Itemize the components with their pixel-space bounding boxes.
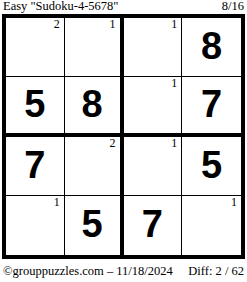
corner-mark: 1 (171, 137, 177, 150)
sudoku-board: 2 1 1 8 5 8 1 7 7 2 1 5 1 5 7 1 (2, 14, 245, 259)
sudoku-cell-r4c4[interactable]: 1 (182, 196, 241, 255)
sudoku-cell-r4c1[interactable]: 1 (6, 196, 65, 255)
corner-mark: 1 (231, 196, 237, 209)
cell-value: 7 (201, 85, 222, 123)
cell-value: 8 (82, 85, 103, 123)
copyright-date: ©grouppuzzles.com – 11/18/2024 (3, 264, 173, 279)
cell-value: 8 (201, 27, 222, 65)
corner-mark: 1 (110, 18, 116, 31)
cell-value: 7 (24, 146, 45, 184)
sudoku-cell-r3c4[interactable]: 5 (182, 137, 241, 196)
sudoku-cell-r3c2[interactable]: 2 (65, 137, 124, 196)
difficulty-rating: Diff: 2 / 62 (188, 264, 244, 279)
sudoku-cell-r4c2[interactable]: 5 (65, 196, 124, 255)
puzzle-footer: ©grouppuzzles.com – 11/18/2024 Diff: 2 /… (2, 264, 245, 279)
puzzle-title: Easy "Sudoku-4-5678" (3, 0, 118, 13)
sudoku-cell-r2c2[interactable]: 8 (65, 77, 124, 136)
corner-mark: 1 (171, 18, 177, 31)
cell-value: 5 (201, 146, 222, 184)
corner-mark: 1 (54, 196, 60, 209)
sudoku-cell-r4c3[interactable]: 7 (124, 196, 183, 255)
cell-value: 5 (82, 205, 103, 243)
sudoku-cell-r1c3[interactable]: 1 (124, 18, 183, 77)
progress-counter: 8/16 (222, 0, 244, 13)
sudoku-cell-r3c3[interactable]: 1 (124, 137, 183, 196)
cell-value: 7 (142, 205, 163, 243)
sudoku-cell-r2c4[interactable]: 7 (182, 77, 241, 136)
corner-mark: 1 (171, 77, 177, 90)
sudoku-cell-r2c3[interactable]: 1 (124, 77, 183, 136)
sudoku-cell-r1c2[interactable]: 1 (65, 18, 124, 77)
sudoku-cell-r1c1[interactable]: 2 (6, 18, 65, 77)
corner-mark: 2 (54, 18, 60, 31)
sudoku-cell-r1c4[interactable]: 8 (182, 18, 241, 77)
cell-value: 5 (24, 85, 45, 123)
corner-mark: 2 (110, 137, 116, 150)
puzzle-page: Easy "Sudoku-4-5678" 8/16 2 1 1 8 5 8 1 … (0, 0, 247, 279)
sudoku-cell-r2c1[interactable]: 5 (6, 77, 65, 136)
sudoku-cell-r3c1[interactable]: 7 (6, 137, 65, 196)
puzzle-header: Easy "Sudoku-4-5678" 8/16 (2, 0, 245, 14)
